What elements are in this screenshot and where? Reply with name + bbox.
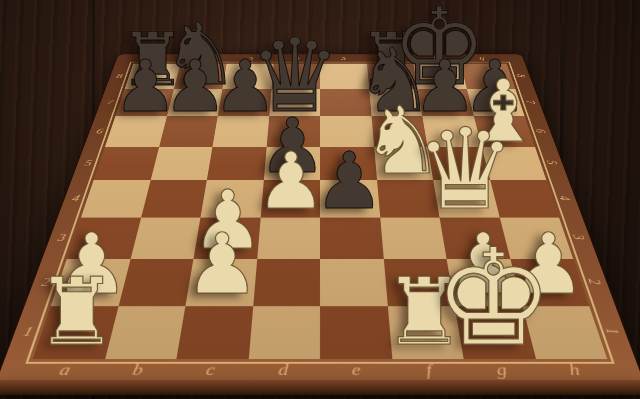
piece-white-queen-g4[interactable]: ♛ <box>415 114 515 226</box>
file-label-b-bottom: b <box>131 361 146 380</box>
wood-table-background: aabbccddeeffgghh1122334455667788 ♜♞♜♚♟♟♟… <box>0 0 640 399</box>
board-front-edge <box>0 380 640 395</box>
rank-label-4-left: 4 <box>71 193 82 203</box>
rank-label-6-left: 6 <box>95 127 105 135</box>
rank-label-1-right: 1 <box>601 328 623 335</box>
piece-white-rook-a1[interactable]: ♜ <box>35 266 118 359</box>
square-a5[interactable] <box>94 147 159 180</box>
square-e1[interactable] <box>320 306 392 359</box>
rank-label-2-right: 2 <box>584 279 604 285</box>
rank-label-5-right: 5 <box>543 161 560 165</box>
rank-label-5-left: 5 <box>83 158 93 167</box>
file-label-e-bottom: e <box>351 361 361 380</box>
piece-white-king-g1[interactable]: ♚ <box>434 231 554 365</box>
file-label-e-top: e <box>340 56 345 62</box>
square-e2[interactable] <box>320 259 387 306</box>
piece-white-pawn-c2[interactable]: ♟ <box>185 223 260 307</box>
file-label-d-bottom: d <box>278 361 289 380</box>
piece-white-pawn-d4[interactable]: ♟ <box>256 142 326 220</box>
rank-label-4-right: 4 <box>555 196 573 201</box>
square-a4[interactable] <box>81 180 150 217</box>
file-label-c-bottom: c <box>205 361 217 380</box>
file-label-h-bottom: h <box>567 361 583 380</box>
rank-label-1-left: 1 <box>21 324 35 339</box>
square-b2[interactable] <box>118 259 193 306</box>
square-c1[interactable] <box>176 306 252 359</box>
square-d1[interactable] <box>248 306 320 359</box>
